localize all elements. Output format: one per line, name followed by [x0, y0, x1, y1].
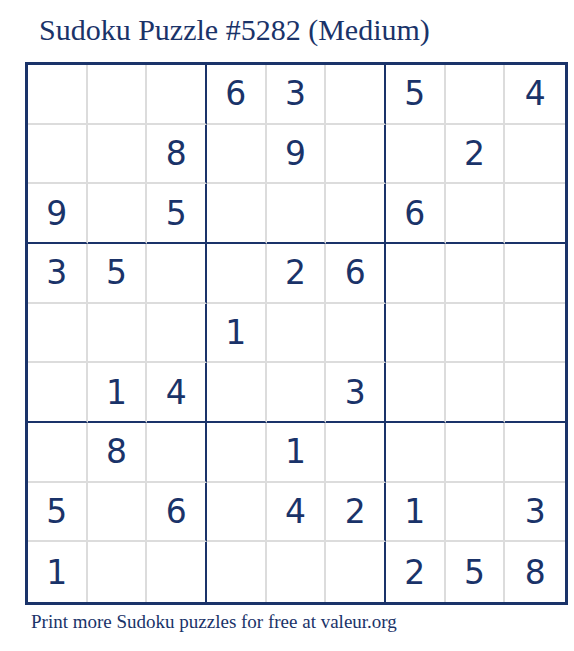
cell-r7c6-empty	[326, 423, 386, 483]
cell-r6c6-given-3: 3	[326, 363, 386, 423]
cell-r7c4-empty	[207, 423, 267, 483]
sudoku-board: 635489295635261143815642131258	[25, 62, 568, 605]
cell-r2c9-empty	[505, 125, 565, 185]
cell-r4c1-given-3: 3	[28, 244, 88, 304]
cell-r4c2-given-5: 5	[88, 244, 148, 304]
cell-r3c4-empty	[207, 184, 267, 244]
page-title: Sudoku Puzzle #5282 (Medium)	[39, 13, 430, 47]
cell-r5c6-empty	[326, 304, 386, 364]
cell-r3c3-given-5: 5	[147, 184, 207, 244]
cell-r5c4-given-1: 1	[207, 304, 267, 364]
cell-r5c9-empty	[505, 304, 565, 364]
cell-r9c1-given-1: 1	[28, 542, 88, 602]
cell-r9c3-empty	[147, 542, 207, 602]
cell-r3c2-empty	[88, 184, 148, 244]
cell-r8c6-given-2: 2	[326, 483, 386, 543]
cell-r9c9-given-8: 8	[505, 542, 565, 602]
cell-r6c1-empty	[28, 363, 88, 423]
cell-r8c9-given-3: 3	[505, 483, 565, 543]
cell-r9c4-empty	[207, 542, 267, 602]
cell-r3c9-empty	[505, 184, 565, 244]
cell-r1c7-given-5: 5	[386, 65, 446, 125]
cell-r5c1-empty	[28, 304, 88, 364]
cell-r6c9-empty	[505, 363, 565, 423]
cell-r1c4-given-6: 6	[207, 65, 267, 125]
cell-r2c7-empty	[386, 125, 446, 185]
cell-r8c4-empty	[207, 483, 267, 543]
cell-r8c3-given-6: 6	[147, 483, 207, 543]
cell-r4c3-empty	[147, 244, 207, 304]
cell-r5c5-empty	[267, 304, 327, 364]
cell-r4c5-given-2: 2	[267, 244, 327, 304]
cell-r6c5-empty	[267, 363, 327, 423]
cell-r7c3-empty	[147, 423, 207, 483]
cell-r9c7-given-2: 2	[386, 542, 446, 602]
cell-r6c8-empty	[446, 363, 506, 423]
cell-r8c2-empty	[88, 483, 148, 543]
cell-r7c9-empty	[505, 423, 565, 483]
cell-r3c7-given-6: 6	[386, 184, 446, 244]
cell-r9c8-given-5: 5	[446, 542, 506, 602]
cell-r6c2-given-1: 1	[88, 363, 148, 423]
cell-r1c9-given-4: 4	[505, 65, 565, 125]
cell-r5c3-empty	[147, 304, 207, 364]
cell-r7c7-empty	[386, 423, 446, 483]
footer-text: Print more Sudoku puzzles for free at va…	[31, 611, 397, 633]
cell-r4c8-empty	[446, 244, 506, 304]
cell-r3c5-empty	[267, 184, 327, 244]
cell-r4c4-empty	[207, 244, 267, 304]
cell-r1c2-empty	[88, 65, 148, 125]
cell-r7c2-given-8: 8	[88, 423, 148, 483]
cell-r3c1-given-9: 9	[28, 184, 88, 244]
cell-r5c7-empty	[386, 304, 446, 364]
cell-r1c3-empty	[147, 65, 207, 125]
cell-r1c6-empty	[326, 65, 386, 125]
cell-r7c1-empty	[28, 423, 88, 483]
cell-r4c7-empty	[386, 244, 446, 304]
cell-r8c7-given-1: 1	[386, 483, 446, 543]
cell-r9c5-empty	[267, 542, 327, 602]
cell-r2c5-given-9: 9	[267, 125, 327, 185]
cell-r2c1-empty	[28, 125, 88, 185]
cell-r2c3-given-8: 8	[147, 125, 207, 185]
cell-r2c8-given-2: 2	[446, 125, 506, 185]
cell-r6c4-empty	[207, 363, 267, 423]
cell-r2c2-empty	[88, 125, 148, 185]
cell-r8c1-given-5: 5	[28, 483, 88, 543]
cell-r9c6-empty	[326, 542, 386, 602]
cell-r2c4-empty	[207, 125, 267, 185]
cell-r6c7-empty	[386, 363, 446, 423]
cell-r3c6-empty	[326, 184, 386, 244]
cell-r1c8-empty	[446, 65, 506, 125]
cell-r1c1-empty	[28, 65, 88, 125]
cell-r6c3-given-4: 4	[147, 363, 207, 423]
cell-r5c2-empty	[88, 304, 148, 364]
cell-r7c8-empty	[446, 423, 506, 483]
cell-r2c6-empty	[326, 125, 386, 185]
cell-r5c8-empty	[446, 304, 506, 364]
cell-r7c5-given-1: 1	[267, 423, 327, 483]
cell-r4c6-given-6: 6	[326, 244, 386, 304]
cell-r1c5-given-3: 3	[267, 65, 327, 125]
cell-r3c8-empty	[446, 184, 506, 244]
cell-r9c2-empty	[88, 542, 148, 602]
cell-r8c8-empty	[446, 483, 506, 543]
cell-r8c5-given-4: 4	[267, 483, 327, 543]
cell-r4c9-empty	[505, 244, 565, 304]
